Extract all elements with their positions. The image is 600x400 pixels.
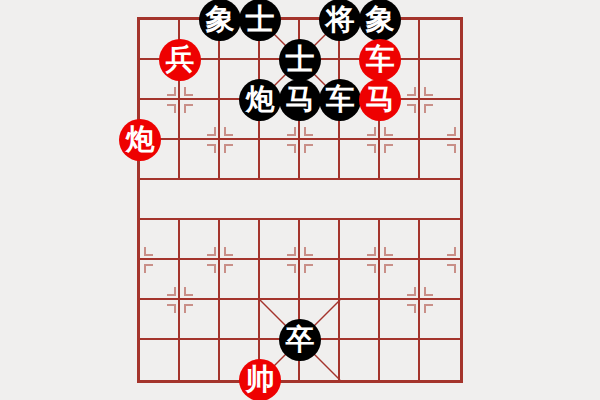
piece-black-soldier[interactable]: 卒 — [279, 319, 321, 361]
piece-black-general[interactable]: 将 — [319, 0, 361, 41]
point-marker-corner — [184, 287, 193, 296]
piece-black-advisor[interactable]: 士 — [239, 0, 281, 41]
point-marker-corner — [304, 144, 313, 153]
point-marker-corner — [447, 247, 456, 256]
piece-red-general[interactable]: 帅 — [239, 359, 281, 400]
point-marker-corner — [207, 264, 216, 273]
point-marker-corner — [447, 144, 456, 153]
point-marker-corner — [287, 247, 296, 256]
piece-red-chariot[interactable]: 车 — [359, 39, 401, 81]
point-marker-corner — [287, 264, 296, 273]
point-marker-corner — [407, 104, 416, 113]
point-marker-corner — [367, 127, 376, 136]
piece-red-soldier[interactable]: 兵 — [159, 39, 201, 81]
point-marker-corner — [207, 247, 216, 256]
point-marker-corner — [424, 87, 433, 96]
point-marker-corner — [304, 264, 313, 273]
point-marker-corner — [304, 127, 313, 136]
point-marker-corner — [167, 287, 176, 296]
point-marker-corner — [424, 104, 433, 113]
point-marker-corner — [184, 87, 193, 96]
point-marker-corner — [407, 304, 416, 313]
point-marker-corner — [224, 247, 233, 256]
point-marker-corner — [367, 264, 376, 273]
point-marker-corner — [207, 127, 216, 136]
point-marker-corner — [224, 264, 233, 273]
point-marker-corner — [167, 304, 176, 313]
point-marker-corner — [167, 104, 176, 113]
piece-black-chariot[interactable]: 车 — [319, 79, 361, 121]
point-marker-corner — [144, 247, 153, 256]
point-marker-corner — [184, 304, 193, 313]
piece-black-cannon[interactable]: 炮 — [239, 79, 281, 121]
point-marker-corner — [407, 87, 416, 96]
point-marker-corner — [287, 144, 296, 153]
point-marker-corner — [167, 87, 176, 96]
point-marker-corner — [367, 247, 376, 256]
point-marker-corner — [184, 104, 193, 113]
piece-black-advisor[interactable]: 士 — [279, 39, 321, 81]
point-marker-corner — [207, 144, 216, 153]
point-marker-corner — [424, 287, 433, 296]
point-marker-corner — [287, 127, 296, 136]
piece-red-cannon[interactable]: 炮 — [119, 119, 161, 161]
piece-black-elephant[interactable]: 象 — [199, 0, 241, 41]
point-marker-corner — [384, 144, 393, 153]
point-marker-corner — [384, 264, 393, 273]
point-marker-corner — [447, 264, 456, 273]
point-marker-corner — [424, 304, 433, 313]
point-marker-corner — [447, 127, 456, 136]
point-marker-corner — [407, 287, 416, 296]
point-marker-corner — [304, 247, 313, 256]
xiangqi-diagram: 象士将象兵士车炮马车马炮卒帅 — [0, 0, 600, 400]
piece-red-horse[interactable]: 马 — [359, 79, 401, 121]
point-marker-corner — [384, 247, 393, 256]
piece-black-horse[interactable]: 马 — [279, 79, 321, 121]
point-marker-corner — [367, 144, 376, 153]
point-marker-corner — [144, 264, 153, 273]
point-marker-corner — [224, 127, 233, 136]
piece-black-elephant[interactable]: 象 — [359, 0, 401, 41]
point-marker-corner — [224, 144, 233, 153]
point-marker-corner — [384, 127, 393, 136]
